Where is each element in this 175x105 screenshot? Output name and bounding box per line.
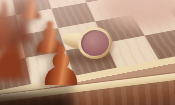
pawn-near[interactable]: ♟ (37, 40, 85, 94)
pieces-layer: ♞♝♟♟♟ (0, 0, 175, 105)
chess-photo-scene: ♞♝♟♟♟ (0, 0, 175, 105)
